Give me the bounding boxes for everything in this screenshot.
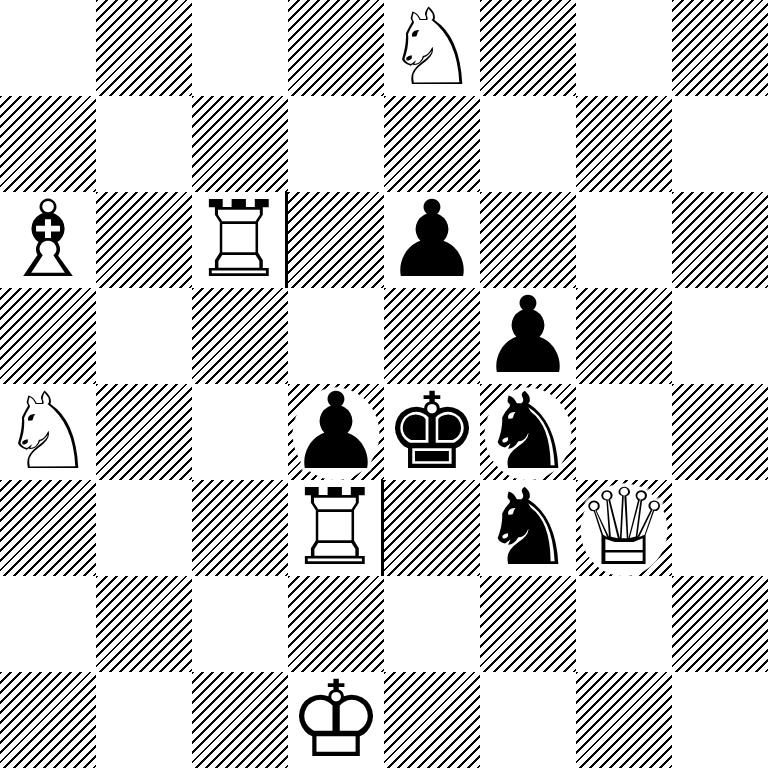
square-g6[interactable] <box>576 192 672 288</box>
square-e2[interactable] <box>384 576 480 672</box>
square-a3[interactable] <box>0 480 96 576</box>
chess-board: ♘♗♖♟♟♘♟♚♞♖♞♕♔ <box>0 0 768 768</box>
square-c4[interactable] <box>192 384 288 480</box>
piece-black-knight[interactable]: ♞ <box>480 480 576 576</box>
square-h3[interactable] <box>672 480 768 576</box>
square-h1[interactable] <box>672 672 768 768</box>
square-f3[interactable]: ♞ <box>480 480 576 576</box>
piece-white-knight[interactable]: ♘ <box>0 384 96 480</box>
square-b5[interactable] <box>96 288 192 384</box>
square-d8[interactable] <box>288 0 384 96</box>
square-d3[interactable]: ♖ <box>288 480 384 576</box>
square-a1[interactable] <box>0 672 96 768</box>
square-h6[interactable] <box>672 192 768 288</box>
square-c5[interactable] <box>192 288 288 384</box>
square-d1[interactable]: ♔ <box>288 672 384 768</box>
square-a8[interactable] <box>0 0 96 96</box>
square-h7[interactable] <box>672 96 768 192</box>
square-h8[interactable] <box>672 0 768 96</box>
square-b8[interactable] <box>96 0 192 96</box>
piece-white-king[interactable]: ♔ <box>288 672 384 768</box>
square-a4[interactable]: ♘ <box>0 384 96 480</box>
square-c3[interactable] <box>192 480 288 576</box>
square-e8[interactable]: ♘ <box>384 0 480 96</box>
square-f8[interactable] <box>480 0 576 96</box>
square-f1[interactable] <box>480 672 576 768</box>
square-e4[interactable]: ♚ <box>384 384 480 480</box>
square-g1[interactable] <box>576 672 672 768</box>
piece-black-king[interactable]: ♚ <box>384 384 480 480</box>
square-c2[interactable] <box>192 576 288 672</box>
square-e3[interactable] <box>384 480 480 576</box>
square-g8[interactable] <box>576 0 672 96</box>
square-a2[interactable] <box>0 576 96 672</box>
square-b1[interactable] <box>96 672 192 768</box>
piece-white-knight[interactable]: ♘ <box>384 0 480 96</box>
square-e1[interactable] <box>384 672 480 768</box>
square-c6[interactable]: ♖ <box>192 192 288 288</box>
square-b6[interactable] <box>96 192 192 288</box>
square-a6[interactable]: ♗ <box>0 192 96 288</box>
piece-white-rook[interactable]: ♖ <box>288 480 381 576</box>
square-e6[interactable]: ♟ <box>384 192 480 288</box>
square-g2[interactable] <box>576 576 672 672</box>
piece-white-queen[interactable]: ♕ <box>576 480 672 576</box>
square-b3[interactable] <box>96 480 192 576</box>
square-f7[interactable] <box>480 96 576 192</box>
square-b4[interactable] <box>96 384 192 480</box>
square-b7[interactable] <box>96 96 192 192</box>
square-g3[interactable]: ♕ <box>576 480 672 576</box>
square-c1[interactable] <box>192 672 288 768</box>
square-h5[interactable] <box>672 288 768 384</box>
square-h2[interactable] <box>672 576 768 672</box>
square-h4[interactable] <box>672 384 768 480</box>
square-d7[interactable] <box>288 96 384 192</box>
piece-black-pawn[interactable]: ♟ <box>384 192 480 288</box>
piece-white-bishop[interactable]: ♗ <box>0 192 96 288</box>
square-g5[interactable] <box>576 288 672 384</box>
square-d6[interactable] <box>288 192 384 288</box>
square-c8[interactable] <box>192 0 288 96</box>
square-b2[interactable] <box>96 576 192 672</box>
square-f2[interactable] <box>480 576 576 672</box>
piece-white-rook[interactable]: ♖ <box>192 192 285 288</box>
square-g7[interactable] <box>576 96 672 192</box>
